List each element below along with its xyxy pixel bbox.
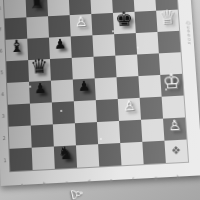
black-rook-b8: ♜ bbox=[25, 0, 48, 14]
square-c8 bbox=[47, 0, 70, 16]
black-pawn-c6: ♟ bbox=[49, 32, 72, 56]
white-pawn-f3: ♙ bbox=[117, 93, 140, 118]
square-e5 bbox=[94, 56, 117, 79]
square-b1 bbox=[32, 147, 55, 170]
white-pawn-d7: ♙ bbox=[69, 9, 92, 33]
chess-board: 87654321 abcdefgh Queens ❖ ♜♙♚♕♝♟♛♟♟♔♙♙♞ bbox=[0, 0, 200, 186]
file-label-h: h bbox=[166, 171, 189, 183]
square-a4 bbox=[7, 82, 30, 105]
square-g2 bbox=[141, 119, 164, 142]
square-d1 bbox=[76, 144, 99, 167]
square-d6 bbox=[71, 35, 94, 58]
square-c4 bbox=[51, 79, 74, 102]
rank-label-1: 1 bbox=[0, 149, 10, 172]
square-e3 bbox=[96, 99, 119, 122]
black-pawn-b4: ♟ bbox=[29, 76, 52, 101]
file-label-e: e bbox=[100, 174, 123, 186]
square-d3 bbox=[74, 100, 97, 123]
square-g1 bbox=[142, 141, 166, 164]
square-a1 bbox=[10, 148, 33, 171]
black-king-f7: ♚ bbox=[113, 7, 136, 31]
square-g7 bbox=[135, 11, 158, 33]
square-g5 bbox=[137, 53, 160, 76]
dust-speck bbox=[112, 30, 114, 32]
rank-label-4: 4 bbox=[0, 83, 8, 105]
dust-speck bbox=[165, 88, 167, 90]
square-h6 bbox=[157, 31, 180, 54]
square-b2 bbox=[31, 124, 54, 147]
square-b3 bbox=[30, 102, 53, 125]
dust-speck bbox=[100, 138, 102, 140]
square-e1 bbox=[98, 143, 121, 166]
rank-label-5: 5 bbox=[0, 61, 7, 83]
square-a2 bbox=[9, 126, 32, 149]
square-g4 bbox=[138, 75, 161, 98]
square-f1 bbox=[120, 142, 143, 165]
black-knight-c1: ♞ bbox=[54, 140, 77, 165]
captured-piece: ♙ bbox=[67, 186, 87, 200]
dust-speck bbox=[137, 47, 139, 49]
square-d2 bbox=[75, 122, 98, 145]
black-pawn-d4: ♟ bbox=[73, 73, 96, 98]
board-brand-text: Queens bbox=[185, 20, 193, 45]
square-f6 bbox=[114, 33, 137, 56]
file-label-b: b bbox=[33, 178, 56, 190]
square-a3 bbox=[8, 104, 31, 127]
corner-ornament-icon: ❖ bbox=[164, 140, 188, 163]
white-pawn-h2: ♙ bbox=[163, 112, 187, 137]
square-e2 bbox=[97, 121, 120, 144]
square-e4 bbox=[95, 77, 118, 100]
rank-label-8: 8 bbox=[0, 0, 5, 19]
square-c3 bbox=[52, 101, 75, 124]
black-bishop-a6: ♝ bbox=[5, 34, 28, 59]
square-c5 bbox=[50, 58, 73, 81]
rank-label-3: 3 bbox=[0, 105, 9, 128]
file-label-f: f bbox=[122, 173, 145, 185]
square-g6 bbox=[136, 32, 159, 55]
file-label-a: a bbox=[11, 179, 34, 191]
square-e6 bbox=[92, 34, 115, 57]
square-b7 bbox=[26, 16, 49, 38]
chessboard-photo: 87654321 abcdefgh Queens ❖ ♜♙♚♕♝♟♛♟♟♔♙♙♞… bbox=[0, 0, 200, 200]
rank-label-2: 2 bbox=[0, 127, 10, 150]
file-label-g: g bbox=[144, 172, 167, 184]
square-f2 bbox=[119, 120, 142, 143]
white-queen-h7: ♕ bbox=[156, 5, 179, 29]
square-f5 bbox=[115, 54, 138, 77]
white-king-h4: ♔ bbox=[160, 69, 183, 94]
square-g3 bbox=[140, 97, 163, 120]
square-e8 bbox=[90, 0, 113, 14]
square-a5 bbox=[6, 60, 29, 83]
square-a8 bbox=[4, 0, 26, 18]
dust-speck bbox=[60, 110, 62, 112]
square-e7 bbox=[91, 13, 114, 35]
dust-speck bbox=[29, 86, 31, 88]
